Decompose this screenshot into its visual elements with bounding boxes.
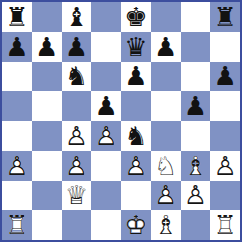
white-king-piece-fill: ♚ (121, 210, 151, 240)
square-a3[interactable]: ♟♙ (2, 151, 32, 181)
square-g3[interactable]: ♝♗ (181, 151, 211, 181)
square-e4[interactable]: ♞ (121, 121, 151, 151)
square-a1[interactable]: ♜♖ (2, 210, 32, 240)
square-f5[interactable] (151, 91, 181, 121)
square-b7[interactable]: ♟ (32, 32, 62, 62)
square-c4[interactable]: ♟♙ (62, 121, 92, 151)
square-h8[interactable]: ♜ (210, 2, 240, 32)
square-c1[interactable] (62, 210, 92, 240)
square-f4[interactable] (151, 121, 181, 151)
square-f6[interactable] (151, 62, 181, 92)
white-pawn-piece: ♙ (121, 151, 151, 181)
square-h5[interactable] (210, 91, 240, 121)
white-pawn-piece: ♙ (91, 121, 121, 151)
square-h6[interactable]: ♟ (210, 62, 240, 92)
white-king-piece: ♔ (121, 210, 151, 240)
white-pawn-piece: ♙ (62, 121, 92, 151)
white-pawn-piece-fill: ♟ (2, 151, 32, 181)
square-d3[interactable] (91, 151, 121, 181)
white-bishop-piece: ♗ (151, 210, 181, 240)
white-rook-piece-fill: ♜ (210, 210, 240, 240)
square-c5[interactable] (62, 91, 92, 121)
black-king-piece: ♚ (121, 2, 151, 32)
black-pawn-piece: ♟ (62, 32, 92, 62)
square-e3[interactable]: ♟♙ (121, 151, 151, 181)
square-c2[interactable]: ♛♕ (62, 181, 92, 211)
white-pawn-piece-fill: ♟ (151, 181, 181, 211)
square-b2[interactable] (32, 181, 62, 211)
square-b1[interactable] (32, 210, 62, 240)
square-g8[interactable] (181, 2, 211, 32)
square-g6[interactable] (181, 62, 211, 92)
square-a7[interactable]: ♟ (2, 32, 32, 62)
square-a4[interactable] (2, 121, 32, 151)
square-e1[interactable]: ♚♔ (121, 210, 151, 240)
square-b5[interactable] (32, 91, 62, 121)
square-d8[interactable] (91, 2, 121, 32)
square-d7[interactable] (91, 32, 121, 62)
square-g1[interactable] (181, 210, 211, 240)
square-b6[interactable] (32, 62, 62, 92)
square-g4[interactable] (181, 121, 211, 151)
black-pawn-piece: ♟ (32, 32, 62, 62)
square-c3[interactable]: ♟♙ (62, 151, 92, 181)
black-pawn-piece: ♟ (91, 91, 121, 121)
black-queen-piece: ♛ (121, 32, 151, 62)
white-knight-piece: ♘ (151, 151, 181, 181)
square-c6[interactable]: ♞ (62, 62, 92, 92)
square-d6[interactable] (91, 62, 121, 92)
white-knight-piece-fill: ♞ (151, 151, 181, 181)
white-bishop-piece-fill: ♝ (151, 210, 181, 240)
square-b3[interactable] (32, 151, 62, 181)
white-pawn-piece-fill: ♟ (91, 121, 121, 151)
white-pawn-piece-fill: ♟ (121, 151, 151, 181)
black-pawn-piece: ♟ (151, 32, 181, 62)
square-a6[interactable] (2, 62, 32, 92)
square-g7[interactable] (181, 32, 211, 62)
square-g5[interactable]: ♟ (181, 91, 211, 121)
square-e8[interactable]: ♚ (121, 2, 151, 32)
white-queen-piece-fill: ♛ (62, 181, 92, 211)
square-d1[interactable] (91, 210, 121, 240)
black-rook-piece: ♜ (2, 2, 32, 32)
white-pawn-piece-fill: ♟ (62, 151, 92, 181)
square-h4[interactable] (210, 121, 240, 151)
square-h3[interactable]: ♟♙ (210, 151, 240, 181)
square-a8[interactable]: ♜ (2, 2, 32, 32)
black-knight-piece: ♞ (121, 121, 151, 151)
black-pawn-piece: ♟ (121, 62, 151, 92)
square-d5[interactable]: ♟ (91, 91, 121, 121)
square-c7[interactable]: ♟ (62, 32, 92, 62)
square-h2[interactable] (210, 181, 240, 211)
black-pawn-piece: ♟ (210, 62, 240, 92)
square-f1[interactable]: ♝♗ (151, 210, 181, 240)
square-f3[interactable]: ♞♘ (151, 151, 181, 181)
square-h1[interactable]: ♜♖ (210, 210, 240, 240)
square-e5[interactable] (121, 91, 151, 121)
square-c8[interactable]: ♝ (62, 2, 92, 32)
white-rook-piece: ♖ (210, 210, 240, 240)
white-pawn-piece-fill: ♟ (210, 151, 240, 181)
black-knight-piece: ♞ (62, 62, 92, 92)
white-bishop-piece-fill: ♝ (181, 151, 211, 181)
square-d2[interactable] (91, 181, 121, 211)
square-e2[interactable] (121, 181, 151, 211)
black-pawn-piece: ♟ (2, 32, 32, 62)
black-rook-piece: ♜ (210, 2, 240, 32)
square-a2[interactable] (2, 181, 32, 211)
square-d4[interactable]: ♟♙ (91, 121, 121, 151)
square-g2[interactable]: ♟♙ (181, 181, 211, 211)
square-f7[interactable]: ♟ (151, 32, 181, 62)
chess-board: ♜♝♚♜♟♟♟♛♟♞♟♟♟♟♟♙♟♙♞♟♙♟♙♟♙♞♘♝♗♟♙♛♕♟♙♟♙♜♖♚… (0, 0, 242, 242)
white-pawn-piece-fill: ♟ (181, 181, 211, 211)
white-rook-piece: ♖ (2, 210, 32, 240)
square-f2[interactable]: ♟♙ (151, 181, 181, 211)
square-a5[interactable] (2, 91, 32, 121)
white-pawn-piece-fill: ♟ (62, 121, 92, 151)
white-bishop-piece: ♗ (181, 151, 211, 181)
white-rook-piece-fill: ♜ (2, 210, 32, 240)
white-pawn-piece: ♙ (2, 151, 32, 181)
square-f8[interactable] (151, 2, 181, 32)
square-e7[interactable]: ♛ (121, 32, 151, 62)
white-queen-piece: ♕ (62, 181, 92, 211)
white-pawn-piece: ♙ (210, 151, 240, 181)
white-pawn-piece: ♙ (62, 151, 92, 181)
square-b8[interactable] (32, 2, 62, 32)
square-e6[interactable]: ♟ (121, 62, 151, 92)
square-b4[interactable] (32, 121, 62, 151)
black-pawn-piece: ♟ (181, 91, 211, 121)
square-h7[interactable] (210, 32, 240, 62)
white-pawn-piece: ♙ (151, 181, 181, 211)
white-pawn-piece: ♙ (181, 181, 211, 211)
black-bishop-piece: ♝ (62, 2, 92, 32)
